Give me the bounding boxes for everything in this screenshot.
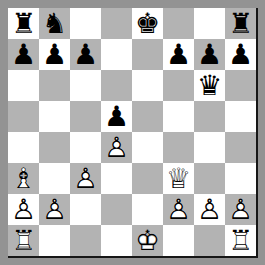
square-h5[interactable] bbox=[225, 101, 256, 132]
square-b5[interactable] bbox=[39, 101, 70, 132]
square-c4[interactable] bbox=[70, 132, 101, 163]
square-c2[interactable] bbox=[70, 194, 101, 225]
square-a4[interactable] bbox=[8, 132, 39, 163]
square-g1[interactable] bbox=[194, 225, 225, 256]
square-d1[interactable] bbox=[101, 225, 132, 256]
square-b8[interactable]: ♞ bbox=[39, 8, 70, 39]
square-h3[interactable] bbox=[225, 163, 256, 194]
square-f5[interactable] bbox=[163, 101, 194, 132]
white-pawn-piece: ♟♙ bbox=[225, 194, 256, 225]
black-pawn-piece: ♟ bbox=[194, 39, 225, 70]
black-rook-piece: ♜ bbox=[225, 8, 256, 39]
black-pawn-piece: ♟ bbox=[8, 39, 39, 70]
square-a5[interactable] bbox=[8, 101, 39, 132]
black-queen-piece: ♛ bbox=[194, 70, 225, 101]
black-rook-piece: ♜ bbox=[8, 8, 39, 39]
square-d6[interactable] bbox=[101, 70, 132, 101]
square-c1[interactable] bbox=[70, 225, 101, 256]
black-pawn-piece: ♟ bbox=[101, 101, 132, 132]
square-e3[interactable] bbox=[132, 163, 163, 194]
square-f6[interactable] bbox=[163, 70, 194, 101]
black-pawn-piece: ♟ bbox=[163, 39, 194, 70]
square-h2[interactable]: ♟♙ bbox=[225, 194, 256, 225]
black-pawn-piece: ♟ bbox=[39, 39, 70, 70]
square-f3[interactable]: ♛♕ bbox=[163, 163, 194, 194]
square-e6[interactable] bbox=[132, 70, 163, 101]
square-g3[interactable] bbox=[194, 163, 225, 194]
square-c6[interactable] bbox=[70, 70, 101, 101]
white-pawn-piece: ♟♙ bbox=[101, 132, 132, 163]
square-b6[interactable] bbox=[39, 70, 70, 101]
square-f7[interactable]: ♟ bbox=[163, 39, 194, 70]
white-pawn-piece: ♟♙ bbox=[70, 163, 101, 194]
white-pawn-piece: ♟♙ bbox=[163, 194, 194, 225]
square-c7[interactable]: ♟ bbox=[70, 39, 101, 70]
square-e2[interactable] bbox=[132, 194, 163, 225]
square-c3[interactable]: ♟♙ bbox=[70, 163, 101, 194]
square-d5[interactable]: ♟ bbox=[101, 101, 132, 132]
white-pawn-piece: ♟♙ bbox=[39, 194, 70, 225]
square-f8[interactable] bbox=[163, 8, 194, 39]
square-a2[interactable]: ♟♙ bbox=[8, 194, 39, 225]
square-e4[interactable] bbox=[132, 132, 163, 163]
square-e8[interactable]: ♚ bbox=[132, 8, 163, 39]
square-e7[interactable] bbox=[132, 39, 163, 70]
square-h1[interactable]: ♜♖ bbox=[225, 225, 256, 256]
black-knight-piece: ♞ bbox=[39, 8, 70, 39]
square-g8[interactable] bbox=[194, 8, 225, 39]
square-d3[interactable] bbox=[101, 163, 132, 194]
black-pawn-piece: ♟ bbox=[70, 39, 101, 70]
white-rook-piece: ♜♖ bbox=[225, 225, 256, 256]
square-b1[interactable] bbox=[39, 225, 70, 256]
white-king-piece: ♚♔ bbox=[132, 225, 163, 256]
square-a6[interactable] bbox=[8, 70, 39, 101]
square-f2[interactable]: ♟♙ bbox=[163, 194, 194, 225]
square-a1[interactable]: ♜♖ bbox=[8, 225, 39, 256]
square-b2[interactable]: ♟♙ bbox=[39, 194, 70, 225]
square-h6[interactable] bbox=[225, 70, 256, 101]
square-a8[interactable]: ♜ bbox=[8, 8, 39, 39]
white-rook-piece: ♜♖ bbox=[8, 225, 39, 256]
square-b3[interactable] bbox=[39, 163, 70, 194]
square-g5[interactable] bbox=[194, 101, 225, 132]
square-f1[interactable] bbox=[163, 225, 194, 256]
black-king-piece: ♚ bbox=[132, 8, 163, 39]
square-a7[interactable]: ♟ bbox=[8, 39, 39, 70]
square-d4[interactable]: ♟♙ bbox=[101, 132, 132, 163]
square-d8[interactable] bbox=[101, 8, 132, 39]
square-f4[interactable] bbox=[163, 132, 194, 163]
square-c8[interactable] bbox=[70, 8, 101, 39]
square-h7[interactable]: ♟ bbox=[225, 39, 256, 70]
square-h8[interactable]: ♜ bbox=[225, 8, 256, 39]
square-g4[interactable] bbox=[194, 132, 225, 163]
square-h4[interactable] bbox=[225, 132, 256, 163]
square-g2[interactable]: ♟♙ bbox=[194, 194, 225, 225]
white-pawn-piece: ♟♙ bbox=[8, 194, 39, 225]
board-frame: ♜♞♚♜♟♟♟♟♟♟♛♟♟♙♝♗♟♙♛♕♟♙♟♙♟♙♟♙♟♙♜♖♚♔♜♖ bbox=[0, 0, 265, 265]
square-e1[interactable]: ♚♔ bbox=[132, 225, 163, 256]
square-d2[interactable] bbox=[101, 194, 132, 225]
white-queen-piece: ♛♕ bbox=[163, 163, 194, 194]
white-bishop-piece: ♝♗ bbox=[8, 163, 39, 194]
chess-board: ♜♞♚♜♟♟♟♟♟♟♛♟♟♙♝♗♟♙♛♕♟♙♟♙♟♙♟♙♟♙♜♖♚♔♜♖ bbox=[8, 8, 258, 258]
square-e5[interactable] bbox=[132, 101, 163, 132]
square-g7[interactable]: ♟ bbox=[194, 39, 225, 70]
white-pawn-piece: ♟♙ bbox=[194, 194, 225, 225]
square-c5[interactable] bbox=[70, 101, 101, 132]
square-d7[interactable] bbox=[101, 39, 132, 70]
square-b4[interactable] bbox=[39, 132, 70, 163]
square-b7[interactable]: ♟ bbox=[39, 39, 70, 70]
square-g6[interactable]: ♛ bbox=[194, 70, 225, 101]
square-a3[interactable]: ♝♗ bbox=[8, 163, 39, 194]
black-pawn-piece: ♟ bbox=[225, 39, 256, 70]
